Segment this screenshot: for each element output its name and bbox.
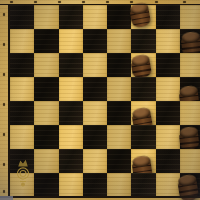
square-c1[interactable] xyxy=(59,5,83,29)
square-h1[interactable] xyxy=(180,5,200,29)
square-f5[interactable] xyxy=(131,101,155,125)
square-f2[interactable] xyxy=(131,29,155,53)
square-g5[interactable] xyxy=(156,101,180,125)
square-f8[interactable] xyxy=(131,173,155,197)
square-a6[interactable] xyxy=(10,125,34,149)
square-e6[interactable] xyxy=(107,125,131,149)
square-f4[interactable] xyxy=(131,77,155,101)
square-c2[interactable] xyxy=(59,29,83,53)
square-h8[interactable] xyxy=(180,173,200,197)
frame-dot xyxy=(3,103,6,106)
frame-dot xyxy=(106,1,109,4)
square-e3[interactable] xyxy=(107,53,131,77)
frame-dot xyxy=(3,163,6,166)
square-c4[interactable] xyxy=(59,77,83,101)
square-h5[interactable] xyxy=(180,101,200,125)
checker-dark-brown-f3[interactable] xyxy=(130,54,152,80)
square-g6[interactable] xyxy=(156,125,180,149)
square-h7[interactable] xyxy=(180,149,200,173)
square-g3[interactable] xyxy=(156,53,180,77)
square-g1[interactable] xyxy=(156,5,180,29)
frame-dot xyxy=(3,13,6,16)
square-f3[interactable] xyxy=(131,53,155,77)
square-c3[interactable] xyxy=(59,53,83,77)
square-h3[interactable] xyxy=(180,53,200,77)
square-d3[interactable] xyxy=(83,53,107,77)
square-b5[interactable] xyxy=(34,101,58,125)
square-f6[interactable] xyxy=(131,125,155,149)
frame-dot xyxy=(34,1,37,4)
checker-dark-brown-f1[interactable] xyxy=(129,2,152,29)
checkers-board-photo xyxy=(0,0,200,200)
square-g4[interactable] xyxy=(156,77,180,101)
square-e1[interactable] xyxy=(107,5,131,29)
square-d2[interactable] xyxy=(83,29,107,53)
square-g7[interactable] xyxy=(156,149,180,173)
square-b3[interactable] xyxy=(34,53,58,77)
frame-dot xyxy=(10,1,13,4)
square-c6[interactable] xyxy=(59,125,83,149)
square-h4[interactable] xyxy=(180,77,200,101)
square-f1[interactable] xyxy=(131,5,155,29)
square-b2[interactable] xyxy=(34,29,58,53)
photo-corner-artifact xyxy=(0,196,13,200)
square-b7[interactable] xyxy=(34,149,58,173)
square-a4[interactable] xyxy=(10,77,34,101)
square-h6[interactable] xyxy=(180,125,200,149)
square-a2[interactable] xyxy=(10,29,34,53)
square-d7[interactable] xyxy=(83,149,107,173)
square-a5[interactable] xyxy=(10,101,34,125)
square-b6[interactable] xyxy=(34,125,58,149)
square-b1[interactable] xyxy=(34,5,58,29)
square-e4[interactable] xyxy=(107,77,131,101)
square-e5[interactable] xyxy=(107,101,131,125)
square-e2[interactable] xyxy=(107,29,131,53)
square-d6[interactable] xyxy=(83,125,107,149)
maker-logo-icon xyxy=(13,157,33,188)
checker-dark-brown-h6[interactable] xyxy=(178,126,199,151)
square-h2[interactable] xyxy=(180,29,200,53)
frame-dot xyxy=(3,190,6,193)
frame-dot xyxy=(155,1,158,4)
frame-dot xyxy=(3,43,6,46)
frame-dot xyxy=(3,73,6,76)
square-c5[interactable] xyxy=(59,101,83,125)
square-a3[interactable] xyxy=(10,53,34,77)
square-e7[interactable] xyxy=(107,149,131,173)
square-d8[interactable] xyxy=(83,173,107,197)
square-d4[interactable] xyxy=(83,77,107,101)
frame-dot xyxy=(82,1,85,4)
frame-dot xyxy=(130,1,133,4)
square-c8[interactable] xyxy=(59,173,83,197)
frame-dot xyxy=(183,1,186,4)
square-a1[interactable] xyxy=(10,5,34,29)
square-b8[interactable] xyxy=(34,173,58,197)
square-d1[interactable] xyxy=(83,5,107,29)
board-grid[interactable] xyxy=(10,5,200,197)
square-f7[interactable] xyxy=(131,149,155,173)
frame-dot xyxy=(58,1,61,4)
frame-seam-bottom xyxy=(0,196,200,198)
square-c7[interactable] xyxy=(59,149,83,173)
frame-dot xyxy=(3,133,6,136)
square-e8[interactable] xyxy=(107,173,131,197)
frame-seam-top xyxy=(0,4,200,6)
square-g2[interactable] xyxy=(156,29,180,53)
square-b4[interactable] xyxy=(34,77,58,101)
square-d5[interactable] xyxy=(83,101,107,125)
frame-seam-left xyxy=(8,4,10,198)
